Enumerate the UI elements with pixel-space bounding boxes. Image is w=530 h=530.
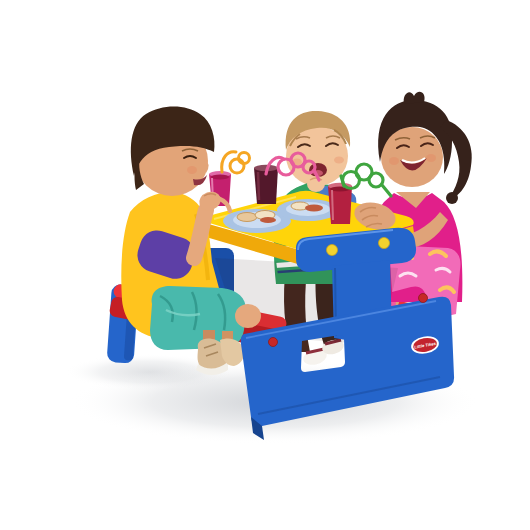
screw-yellow-1 <box>327 245 338 256</box>
product-photo: Little Tikes <box>0 0 530 530</box>
screw-red-2 <box>419 294 428 303</box>
picnic-table-scene: Little Tikes <box>0 0 530 530</box>
screw-red-1 <box>269 338 278 347</box>
screw-yellow-2 <box>379 238 390 249</box>
